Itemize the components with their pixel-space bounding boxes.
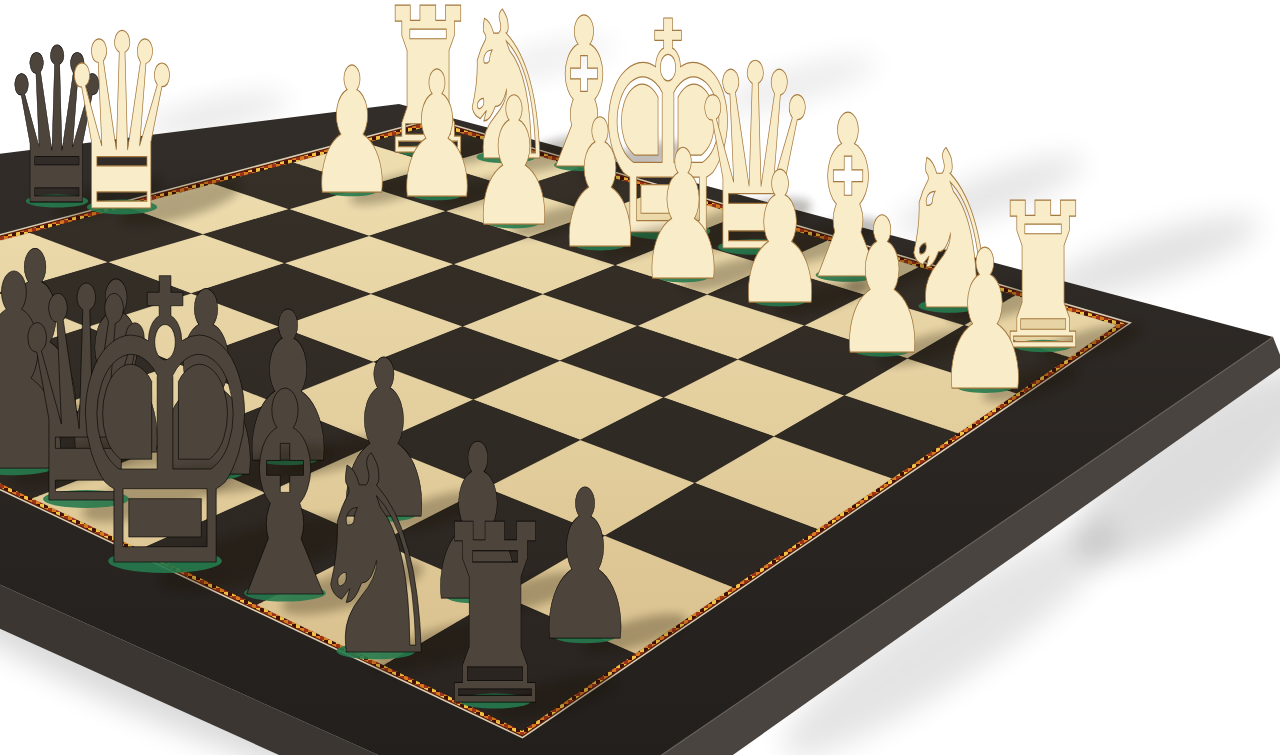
- white-pawn-glyph: ♟: [554, 82, 646, 288]
- white-pawn-glyph: ♟: [733, 133, 828, 345]
- white-pawn-glyph: ♟: [636, 112, 729, 321]
- chess-set-product-photo: ♜♞♝♟♟♛♛♟♚♟♛♝♟♟♞♜♟♟♟♟♟♟♟♛♟♚♝♟♟♞♜: [0, 0, 1280, 755]
- white-pawn-glyph: ♟: [468, 60, 560, 266]
- chess-scene-canvas: ♜♞♝♟♟♛♛♟♚♟♛♝♟♟♞♜♟♟♟♟♟♟♟♛♟♚♝♟♟♞♜: [0, 0, 1280, 755]
- white-pawn-glyph: ♟: [833, 177, 931, 396]
- white-pawn-glyph: ♟: [935, 209, 1035, 433]
- white-pawn-glyph: ♟: [307, 31, 397, 234]
- black-knight-glyph: ♞: [305, 399, 447, 717]
- black-rook-glyph: ♜: [431, 472, 560, 755]
